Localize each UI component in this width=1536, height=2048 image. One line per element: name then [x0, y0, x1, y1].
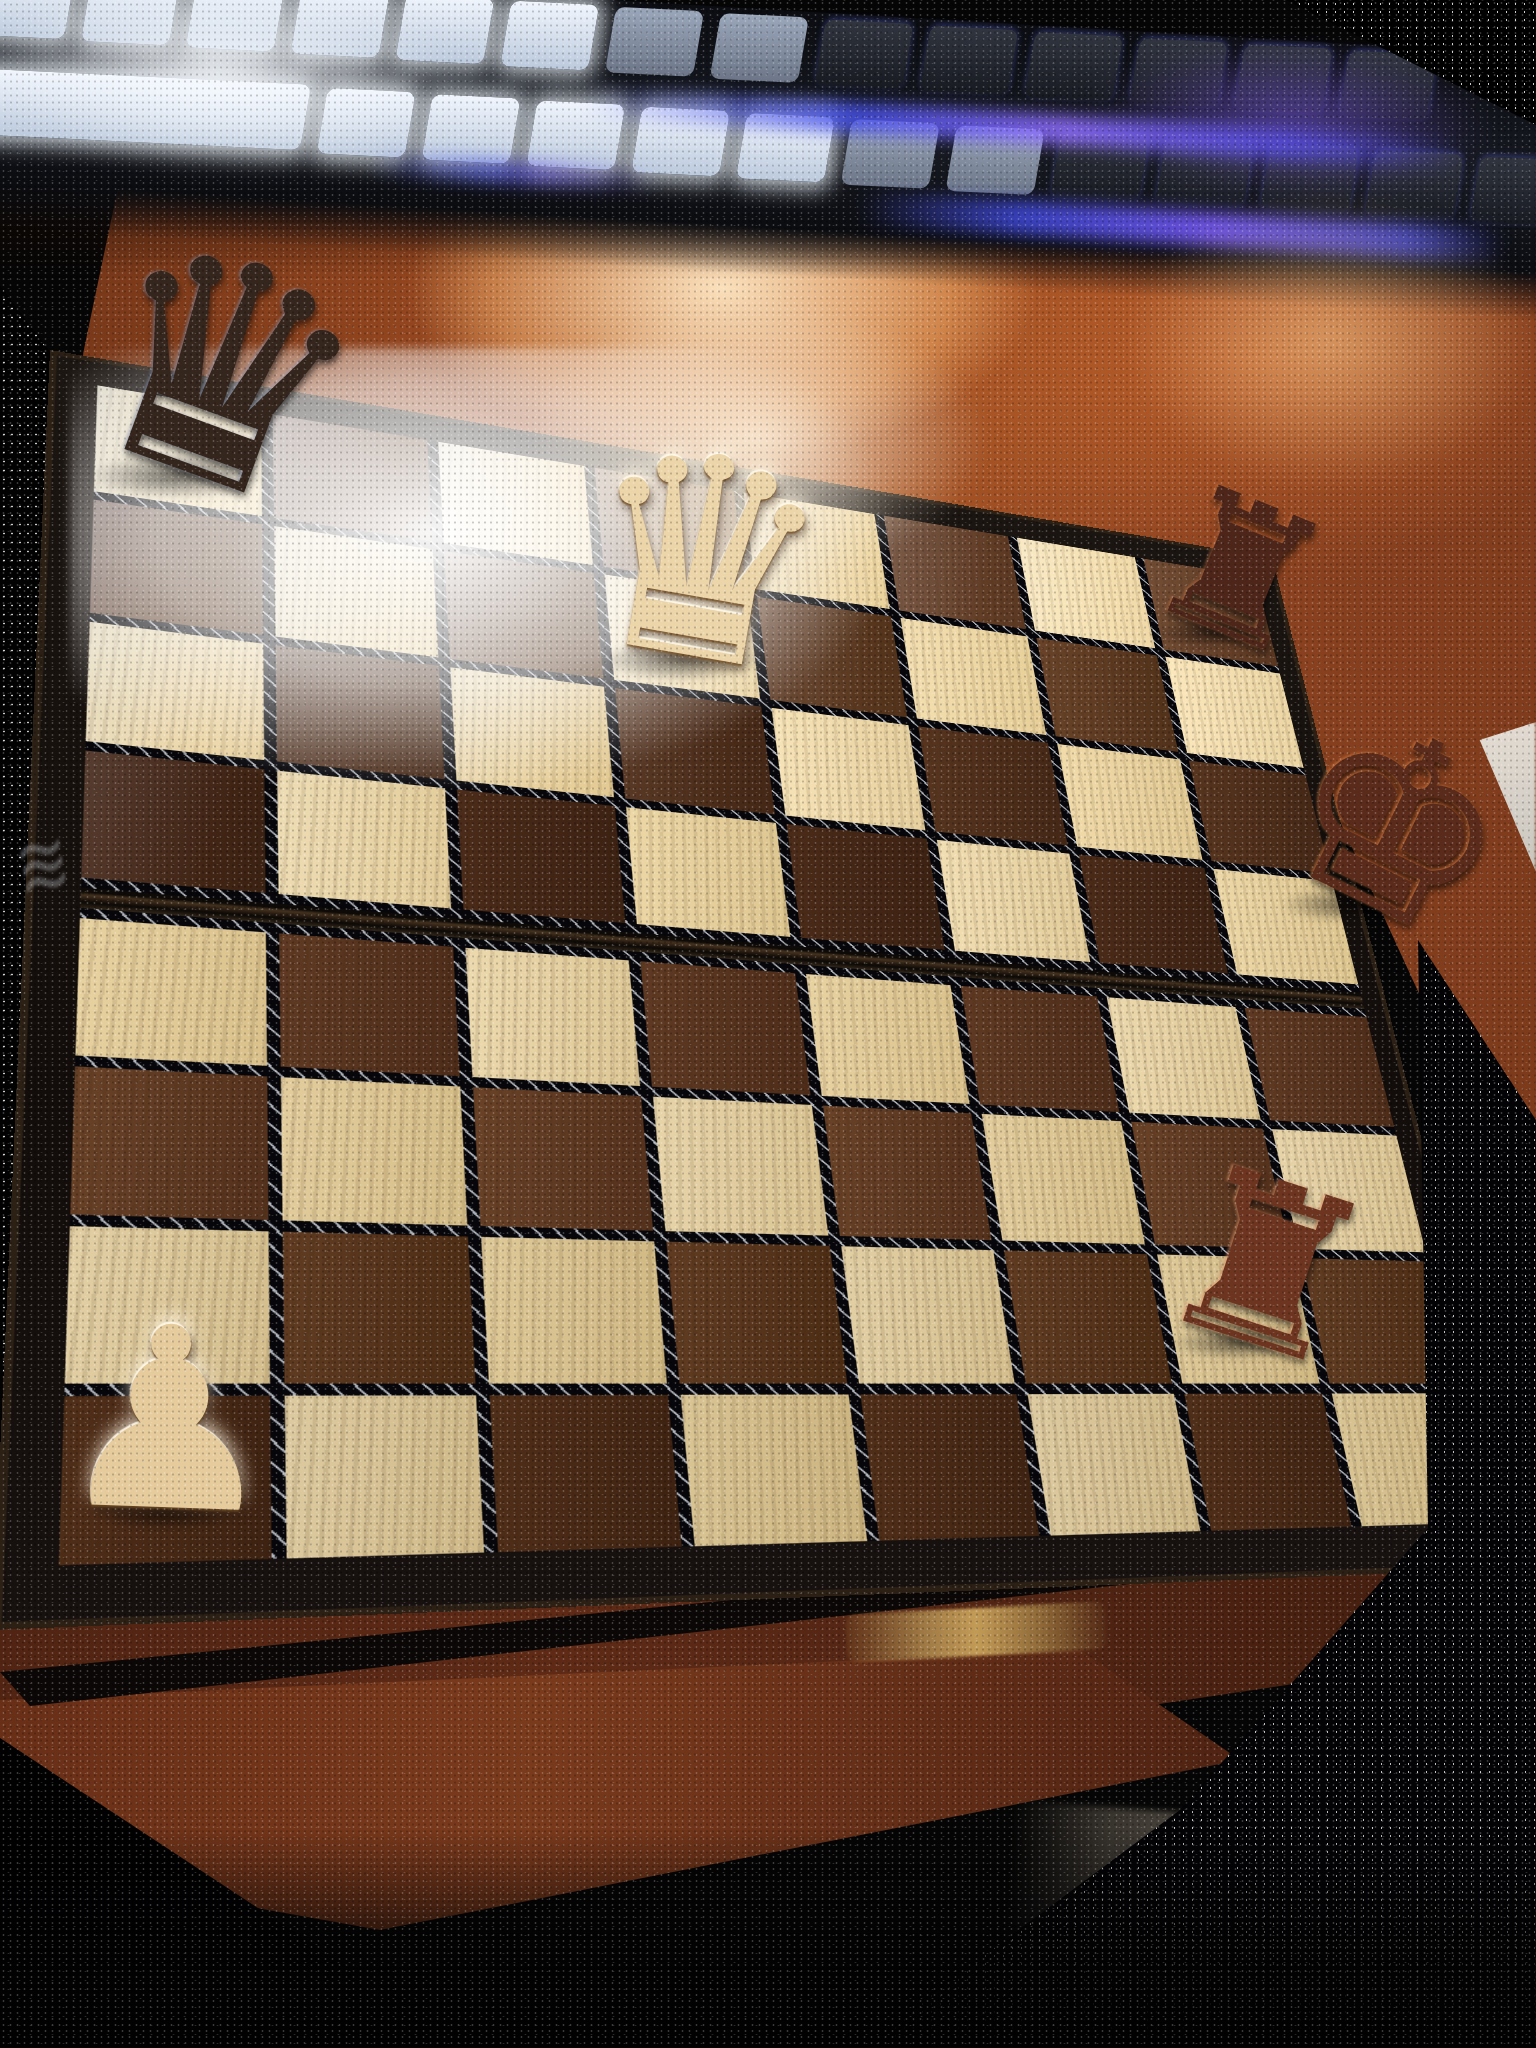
square-f7[interactable] [900, 618, 1046, 735]
table-leg [997, 1801, 1293, 2048]
square-a3[interactable] [70, 1067, 268, 1220]
square-d5[interactable] [627, 807, 790, 937]
square-d2[interactable] [667, 1241, 847, 1383]
square-f1[interactable] [1027, 1394, 1200, 1536]
square-c4[interactable] [466, 948, 641, 1087]
square-g5[interactable] [1079, 854, 1228, 973]
square-e3[interactable] [822, 1106, 991, 1240]
square-g4[interactable] [1106, 997, 1260, 1120]
square-f8[interactable] [883, 516, 1025, 630]
photo-scene: ≋ ♛♜♛♜♟♚ [0, 0, 1536, 2048]
piece-white-queen-d7[interactable]: ♛ [555, 402, 849, 719]
square-h4[interactable] [1245, 1008, 1395, 1127]
square-h1[interactable] [1332, 1393, 1494, 1526]
square-e5[interactable] [786, 824, 944, 950]
keyboard-key [919, 26, 1018, 96]
square-f3[interactable] [981, 1114, 1144, 1244]
square-d1[interactable] [681, 1394, 866, 1546]
keyboard-key [710, 13, 809, 83]
square-f4[interactable] [960, 986, 1119, 1112]
square-c2[interactable] [481, 1236, 667, 1383]
square-g1[interactable] [1184, 1393, 1352, 1531]
square-b2[interactable] [283, 1231, 476, 1383]
keyboard-key [605, 7, 704, 77]
keyboard-key [1469, 156, 1536, 226]
square-e1[interactable] [860, 1394, 1039, 1541]
square-c3[interactable] [473, 1088, 653, 1231]
square-f6[interactable] [918, 726, 1068, 845]
square-e4[interactable] [805, 974, 969, 1104]
square-a6[interactable] [86, 621, 265, 760]
square-b5[interactable] [277, 770, 451, 908]
square-a4[interactable] [75, 918, 267, 1066]
piece-white-pawn-a1[interactable]: ♟ [52, 1291, 286, 1550]
square-g7[interactable] [1036, 638, 1178, 751]
square-g6[interactable] [1057, 743, 1203, 859]
square-c8[interactable] [438, 442, 593, 566]
keyboard-key [500, 1, 599, 71]
square-f5[interactable] [936, 840, 1090, 962]
square-b4[interactable] [279, 933, 460, 1076]
square-d3[interactable] [653, 1097, 827, 1235]
square-c5[interactable] [457, 789, 626, 923]
square-e2[interactable] [841, 1246, 1015, 1384]
square-b1[interactable] [285, 1395, 485, 1558]
square-a5[interactable] [81, 750, 265, 893]
keyboard-key [814, 19, 913, 89]
square-c1[interactable] [490, 1395, 682, 1553]
square-d4[interactable] [641, 961, 810, 1095]
square-b6[interactable] [276, 645, 445, 779]
square-b3[interactable] [281, 1077, 468, 1225]
